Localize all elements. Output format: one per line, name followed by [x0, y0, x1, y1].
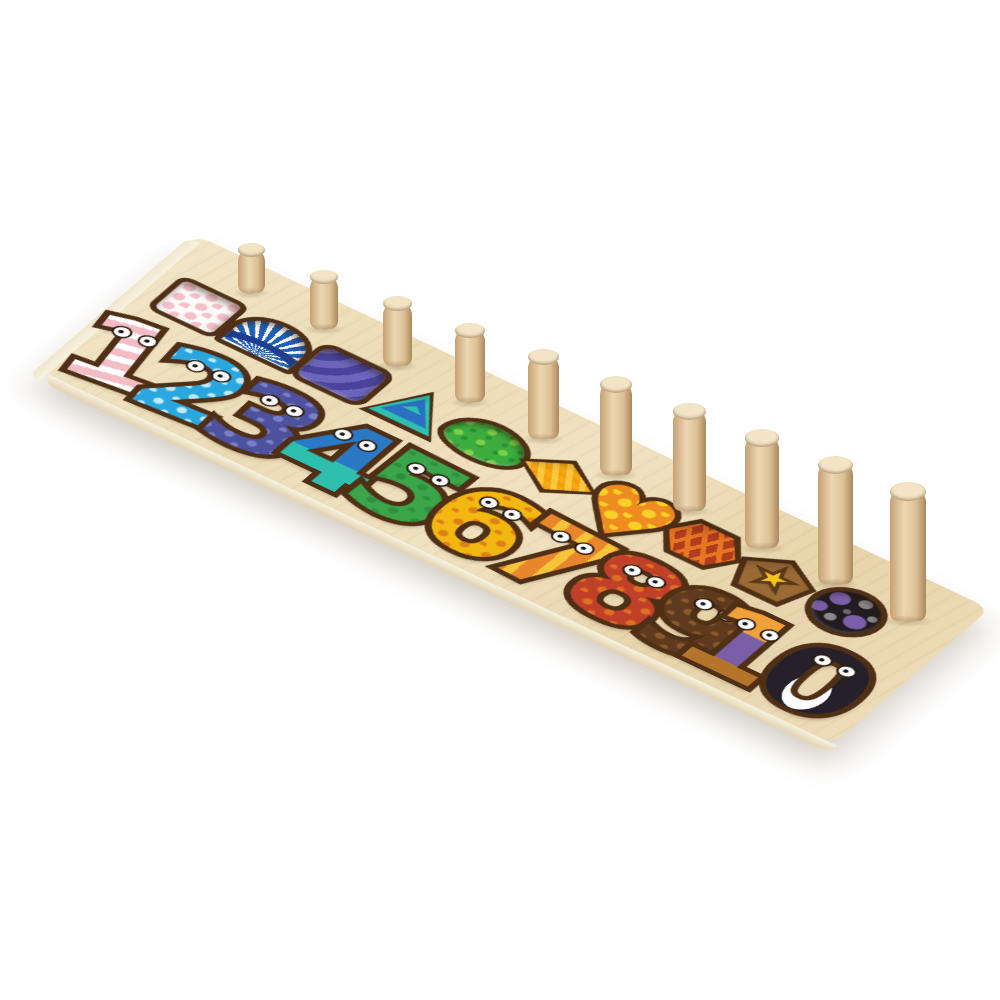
peg-10[interactable] — [890, 490, 926, 620]
peg-1[interactable] — [238, 249, 265, 293]
peg-8[interactable] — [745, 437, 779, 548]
peg-2[interactable] — [310, 276, 338, 330]
peg-7[interactable] — [673, 410, 706, 512]
peg-6[interactable] — [600, 383, 632, 475]
peg-4[interactable] — [455, 329, 485, 402]
peg-5[interactable] — [528, 356, 559, 438]
peg-9[interactable] — [818, 463, 853, 584]
peg-3[interactable] — [383, 303, 412, 366]
product-photo: ♥♥★ 1122334455667788991100 — [0, 0, 1000, 1000]
